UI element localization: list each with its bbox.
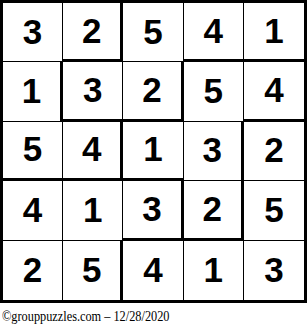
cell-digit: 5 <box>264 192 283 227</box>
cell-r3c5: 2 <box>244 122 304 181</box>
cell-r5c3: 4 <box>123 241 183 300</box>
puzzle-page: 3254113254541324132525413 ©grouppuzzles.… <box>0 0 308 329</box>
cell-r1c3: 5 <box>123 3 183 62</box>
cell-r1c4: 4 <box>184 3 244 62</box>
cell-digit: 5 <box>82 252 101 287</box>
cell-r4c4: 2 <box>184 181 244 240</box>
cell-digit: 1 <box>83 192 102 227</box>
cell-r2c1: 1 <box>3 62 63 121</box>
cell-digit: 1 <box>143 131 162 166</box>
cell-digit: 5 <box>23 131 42 166</box>
cell-digit: 3 <box>83 72 102 107</box>
cell-digit: 5 <box>203 73 222 108</box>
copyright-credit: ©grouppuzzles.com – 12/28/2020 <box>2 307 170 325</box>
cell-digit: 1 <box>203 252 222 287</box>
cell-digit: 2 <box>82 13 101 48</box>
cell-r1c5: 1 <box>244 3 304 62</box>
cell-digit: 2 <box>23 252 42 287</box>
cell-digit: 1 <box>264 13 283 48</box>
cell-digit: 3 <box>23 14 42 49</box>
cell-digit: 2 <box>142 72 161 107</box>
cell-r2c2: 3 <box>63 62 123 121</box>
sudoku5-board: 3254113254541324132525413 <box>0 0 307 303</box>
cell-digit: 5 <box>143 14 162 49</box>
cell-r4c5: 5 <box>244 181 304 240</box>
cell-digit: 4 <box>143 252 162 287</box>
cell-digit: 1 <box>22 73 41 108</box>
cell-digit: 3 <box>264 252 283 287</box>
cell-digit: 2 <box>264 132 283 167</box>
cell-digit: 4 <box>82 131 101 166</box>
cell-digit: 3 <box>202 132 221 167</box>
cell-r3c3: 1 <box>123 122 183 181</box>
cell-digit: 4 <box>203 13 222 48</box>
cell-r3c1: 5 <box>3 122 63 181</box>
cell-r5c4: 1 <box>184 241 244 300</box>
cell-r3c4: 3 <box>184 122 244 181</box>
cell-digit: 4 <box>23 192 42 227</box>
cell-r2c3: 2 <box>123 62 183 121</box>
cell-r3c2: 4 <box>63 122 123 181</box>
cell-r4c1: 4 <box>3 181 63 240</box>
cell-r2c4: 5 <box>184 62 244 121</box>
cell-r5c5: 3 <box>244 241 304 300</box>
cell-r4c3: 3 <box>123 181 183 240</box>
cell-r1c2: 2 <box>63 3 123 62</box>
cell-r1c1: 3 <box>3 3 63 62</box>
cell-r4c2: 1 <box>63 181 123 240</box>
cell-r5c1: 2 <box>3 241 63 300</box>
cell-r5c2: 5 <box>63 241 123 300</box>
cell-digit: 2 <box>202 191 221 226</box>
cell-r2c5: 4 <box>244 62 304 121</box>
cell-digit: 4 <box>264 72 283 107</box>
cell-digit: 3 <box>142 191 161 226</box>
